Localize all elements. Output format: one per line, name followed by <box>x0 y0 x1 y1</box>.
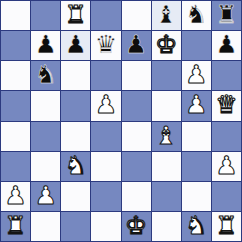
white-rook-c8[interactable]: ♜ <box>65 2 87 27</box>
black-knight-g8[interactable]: ♞ <box>185 2 207 27</box>
black-pawn-h7[interactable]: ♟ <box>215 32 237 57</box>
white-rook-h1[interactable]: ♜ <box>215 213 237 238</box>
black-pawn-b7[interactable]: ♟ <box>34 32 56 57</box>
square-a8[interactable] <box>1 1 30 30</box>
square-e2[interactable] <box>122 182 151 211</box>
square-h4[interactable] <box>212 122 241 151</box>
square-e8[interactable] <box>122 1 151 30</box>
square-f5[interactable] <box>152 91 181 120</box>
square-a1[interactable]: ♜ <box>1 212 30 241</box>
white-knight-c3[interactable]: ♞ <box>65 153 87 178</box>
square-h6[interactable] <box>212 61 241 90</box>
square-e4[interactable] <box>122 122 151 151</box>
square-f7[interactable]: ♚ <box>152 31 181 60</box>
square-e5[interactable] <box>122 91 151 120</box>
square-g3[interactable] <box>182 152 211 181</box>
square-f2[interactable] <box>152 182 181 211</box>
square-g5[interactable]: ♟ <box>182 91 211 120</box>
square-e3[interactable] <box>122 152 151 181</box>
square-g7[interactable] <box>182 31 211 60</box>
white-pawn-d5[interactable]: ♟ <box>95 92 117 117</box>
square-h3[interactable]: ♟ <box>212 152 241 181</box>
white-pawn-g6[interactable]: ♟ <box>185 62 207 87</box>
black-queen-d7[interactable]: ♛ <box>95 32 117 57</box>
black-rook-h8[interactable]: ♜ <box>215 2 237 27</box>
black-pawn-c7[interactable]: ♟ <box>65 32 87 57</box>
square-b1[interactable] <box>31 212 60 241</box>
white-pawn-g5[interactable]: ♟ <box>185 92 207 117</box>
square-b4[interactable] <box>31 122 60 151</box>
square-c2[interactable] <box>61 182 90 211</box>
square-f3[interactable] <box>152 152 181 181</box>
square-c6[interactable] <box>61 61 90 90</box>
square-d8[interactable] <box>91 1 120 30</box>
square-h7[interactable]: ♟ <box>212 31 241 60</box>
square-d4[interactable] <box>91 122 120 151</box>
square-d2[interactable] <box>91 182 120 211</box>
square-a6[interactable] <box>1 61 30 90</box>
black-knight-b6[interactable]: ♞ <box>34 62 56 87</box>
square-h8[interactable]: ♜ <box>212 1 241 30</box>
square-b6[interactable]: ♞ <box>31 61 60 90</box>
square-c5[interactable] <box>61 91 90 120</box>
square-a5[interactable] <box>1 91 30 120</box>
square-a4[interactable] <box>1 122 30 151</box>
square-b7[interactable]: ♟ <box>31 31 60 60</box>
square-e7[interactable]: ♟ <box>122 31 151 60</box>
square-g1[interactable]: ♞ <box>182 212 211 241</box>
square-d5[interactable]: ♟ <box>91 91 120 120</box>
white-king-f7[interactable]: ♚ <box>155 32 177 57</box>
white-rook-a1[interactable]: ♜ <box>4 213 26 238</box>
square-c8[interactable]: ♜ <box>61 1 90 30</box>
square-a3[interactable] <box>1 152 30 181</box>
square-f6[interactable] <box>152 61 181 90</box>
square-b2[interactable]: ♟ <box>31 182 60 211</box>
square-b8[interactable] <box>31 1 60 30</box>
square-c4[interactable] <box>61 122 90 151</box>
black-bishop-f8[interactable]: ♝ <box>155 2 177 27</box>
square-c7[interactable]: ♟ <box>61 31 90 60</box>
square-g2[interactable] <box>182 182 211 211</box>
chess-board: ♜♝♞♜♟♟♛♟♚♟♞♟♟♟♛♝♞♟♟♟♜♚♞♜ <box>0 0 242 242</box>
square-a7[interactable] <box>1 31 30 60</box>
black-pawn-e7[interactable]: ♟ <box>125 32 147 57</box>
square-d6[interactable] <box>91 61 120 90</box>
white-king-e1[interactable]: ♚ <box>125 213 147 238</box>
square-e1[interactable]: ♚ <box>122 212 151 241</box>
square-f4[interactable]: ♝ <box>152 122 181 151</box>
square-h1[interactable]: ♜ <box>212 212 241 241</box>
white-bishop-f4[interactable]: ♝ <box>155 123 177 148</box>
square-f1[interactable] <box>152 212 181 241</box>
square-d3[interactable] <box>91 152 120 181</box>
square-c1[interactable] <box>61 212 90 241</box>
square-h5[interactable]: ♛ <box>212 91 241 120</box>
square-f8[interactable]: ♝ <box>152 1 181 30</box>
white-knight-g1[interactable]: ♞ <box>185 213 207 238</box>
square-b5[interactable] <box>31 91 60 120</box>
square-g6[interactable]: ♟ <box>182 61 211 90</box>
square-d7[interactable]: ♛ <box>91 31 120 60</box>
square-e6[interactable] <box>122 61 151 90</box>
square-c3[interactable]: ♞ <box>61 152 90 181</box>
white-pawn-b2[interactable]: ♟ <box>34 183 56 208</box>
white-pawn-a2[interactable]: ♟ <box>4 183 26 208</box>
white-pawn-h3[interactable]: ♟ <box>215 153 237 178</box>
square-d1[interactable] <box>91 212 120 241</box>
square-g4[interactable] <box>182 122 211 151</box>
square-g8[interactable]: ♞ <box>182 1 211 30</box>
square-a2[interactable]: ♟ <box>1 182 30 211</box>
white-queen-h5[interactable]: ♛ <box>215 92 237 117</box>
square-b3[interactable] <box>31 152 60 181</box>
square-h2[interactable] <box>212 182 241 211</box>
